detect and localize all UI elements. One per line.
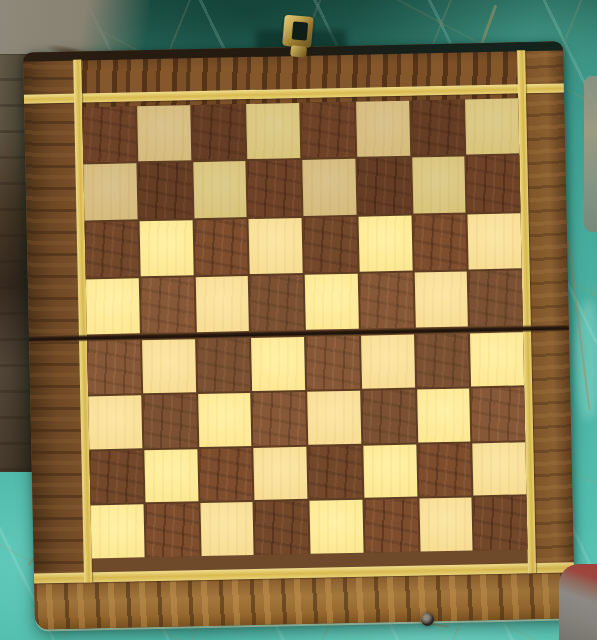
square-r7-c3-dark bbox=[199, 448, 253, 502]
square-r6-c8-dark bbox=[471, 387, 525, 441]
square-r6-c4-dark bbox=[252, 392, 306, 446]
checkerboard-top-half bbox=[82, 98, 523, 334]
square-r2-c5-light bbox=[302, 159, 356, 215]
square-r3-c7-dark bbox=[413, 214, 467, 270]
square-r2-c2-dark bbox=[138, 162, 192, 218]
square-r8-c3-light bbox=[200, 502, 254, 556]
square-r8-c7-light bbox=[419, 498, 473, 552]
checkerboard-bottom-half bbox=[87, 332, 527, 558]
square-r7-c2-light bbox=[144, 449, 198, 503]
grey-edge-patch bbox=[584, 76, 597, 232]
square-r5-c5-dark bbox=[306, 336, 360, 390]
square-r1-c6-light bbox=[356, 101, 410, 157]
square-r2-c6-dark bbox=[357, 158, 411, 214]
square-r7-c1-dark bbox=[89, 450, 143, 504]
brass-clasp bbox=[279, 13, 319, 60]
square-r2-c1-light bbox=[83, 164, 137, 220]
square-r4-c6-dark bbox=[359, 272, 413, 328]
square-r4-c1-light bbox=[86, 278, 140, 334]
square-r1-c4-light bbox=[246, 103, 300, 159]
square-r8-c1-light bbox=[91, 505, 145, 559]
square-r3-c5-dark bbox=[304, 216, 358, 272]
square-r4-c5-light bbox=[305, 274, 359, 330]
square-r8-c5-light bbox=[309, 500, 363, 554]
square-r8-c6-dark bbox=[364, 499, 418, 553]
square-r2-c7-light bbox=[412, 157, 466, 213]
square-r4-c3-light bbox=[195, 276, 249, 332]
square-r5-c8-light bbox=[470, 332, 524, 386]
square-r1-c3-dark bbox=[192, 104, 246, 160]
square-r4-c2-dark bbox=[141, 277, 195, 333]
square-r8-c8-dark bbox=[474, 497, 528, 551]
square-r5-c1-dark bbox=[87, 340, 141, 394]
square-r7-c4-light bbox=[254, 446, 308, 500]
square-r1-c5-dark bbox=[301, 102, 355, 158]
square-r3-c6-light bbox=[358, 215, 412, 271]
square-r4-c7-light bbox=[414, 271, 468, 327]
square-r7-c5-dark bbox=[308, 445, 362, 499]
square-r1-c8-light bbox=[465, 98, 519, 154]
square-r4-c4-dark bbox=[250, 275, 304, 331]
square-r6-c6-dark bbox=[362, 389, 416, 443]
square-r8-c4-dark bbox=[255, 501, 309, 555]
square-r3-c2-light bbox=[139, 220, 193, 276]
square-r2-c4-dark bbox=[248, 160, 302, 216]
square-r6-c7-light bbox=[417, 388, 471, 442]
photo-scene bbox=[0, 0, 597, 640]
clasp-knob bbox=[290, 45, 307, 57]
square-r5-c3-dark bbox=[197, 338, 251, 392]
square-r3-c3-dark bbox=[194, 219, 248, 275]
square-r7-c7-dark bbox=[418, 443, 472, 497]
table-screw bbox=[421, 613, 434, 626]
square-r6-c2-dark bbox=[143, 394, 197, 448]
square-r1-c7-dark bbox=[411, 100, 465, 156]
square-r2-c3-light bbox=[193, 161, 247, 217]
square-r8-c2-dark bbox=[145, 503, 199, 557]
square-r2-c8-dark bbox=[467, 156, 521, 212]
square-r5-c6-light bbox=[361, 335, 415, 389]
clasp-buckle-loop bbox=[282, 15, 314, 48]
chess-board-box bbox=[23, 41, 575, 629]
square-r3-c4-light bbox=[249, 217, 303, 273]
red-grey-object bbox=[559, 564, 597, 640]
square-r3-c8-light bbox=[468, 213, 522, 269]
clasp-buckle-hole bbox=[292, 21, 309, 40]
square-r1-c2-light bbox=[137, 105, 191, 161]
square-r5-c4-light bbox=[251, 337, 305, 391]
square-r6-c1-light bbox=[88, 395, 142, 449]
square-r7-c6-light bbox=[363, 444, 417, 498]
grey-plaster-patch bbox=[0, 0, 150, 54]
square-r4-c8-dark bbox=[469, 270, 523, 326]
square-r6-c3-light bbox=[198, 393, 252, 447]
square-r1-c1-dark bbox=[82, 106, 136, 162]
square-r3-c1-dark bbox=[85, 221, 139, 277]
square-r5-c7-dark bbox=[416, 333, 470, 387]
square-r6-c5-light bbox=[307, 390, 361, 444]
square-r5-c2-light bbox=[142, 339, 196, 393]
square-r7-c8-light bbox=[473, 442, 527, 496]
